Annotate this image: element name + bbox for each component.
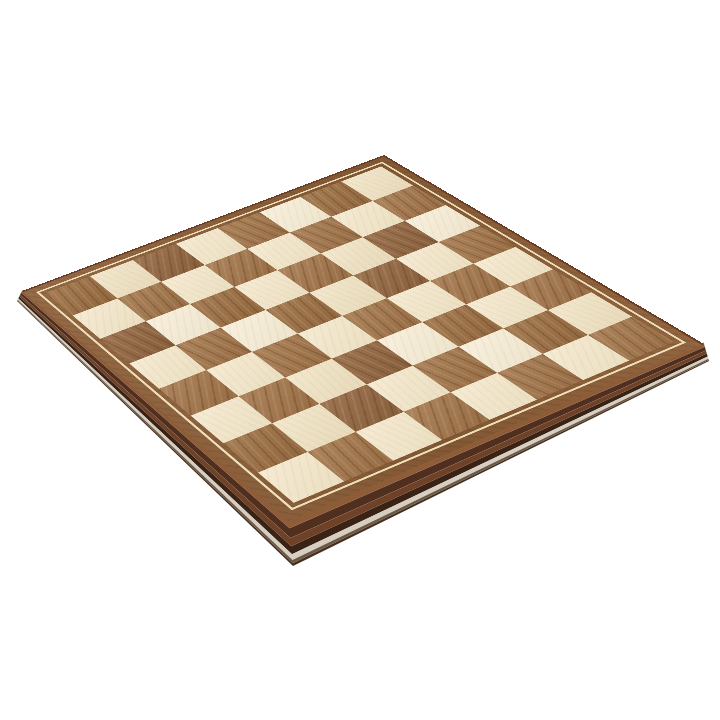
board-photo: [0, 0, 720, 720]
